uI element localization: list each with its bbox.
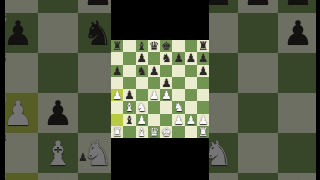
square-d7[interactable] — [148, 52, 160, 64]
piece-white-king-e1[interactable]: ♚ — [160, 126, 172, 138]
piece-white-pawn-g2[interactable]: ♟ — [185, 114, 197, 126]
piece-white-rook-h1[interactable]: ♜ — [197, 126, 209, 138]
piece-white-rook-a1[interactable]: ♜ — [111, 126, 123, 138]
square-b8[interactable] — [123, 40, 135, 52]
square-f5[interactable] — [172, 77, 184, 89]
piece-white-bishop-b3: ♝ — [38, 133, 78, 173]
piece-white-pawn-a4[interactable]: ♟ — [111, 89, 123, 101]
piece-black-pawn-h7[interactable]: ♟ — [197, 52, 209, 64]
piece-white-pawn-e4[interactable]: ♟ — [160, 89, 172, 101]
square-e4[interactable]: ♟ — [160, 89, 172, 101]
square-g1[interactable] — [185, 126, 197, 138]
square-h3 — [278, 133, 318, 173]
square-b2[interactable]: ♝ — [123, 114, 135, 126]
square-f3[interactable]: ♞ — [172, 101, 184, 113]
piece-white-bishop-c1[interactable]: ♝ — [136, 126, 148, 138]
square-b5 — [38, 53, 78, 93]
piece-white-pawn-h2: ♟ — [278, 173, 318, 180]
piece-black-rook-a8[interactable]: ♜ — [111, 40, 123, 52]
piece-white-queen-d1[interactable]: ♛ — [148, 126, 160, 138]
piece-black-bishop-b2: ♝ — [38, 173, 78, 180]
square-c5[interactable] — [136, 77, 148, 89]
square-h4[interactable] — [197, 89, 209, 101]
square-g6[interactable] — [185, 65, 197, 77]
square-d8[interactable]: ♛ — [148, 40, 160, 52]
square-c7[interactable]: ♟ — [136, 52, 148, 64]
square-d6[interactable]: ♟ — [148, 65, 160, 77]
square-c1[interactable]: ♝ — [136, 126, 148, 138]
square-g2: ♟ — [238, 173, 278, 180]
square-a7[interactable] — [111, 52, 123, 64]
square-b3: ♝ — [38, 133, 78, 173]
square-d1[interactable]: ♛ — [148, 126, 160, 138]
square-h1[interactable]: ♜ — [197, 126, 209, 138]
square-g4[interactable] — [185, 89, 197, 101]
piece-black-pawn-d6[interactable]: ♟ — [148, 65, 160, 77]
piece-white-pawn-f2[interactable]: ♟ — [172, 114, 184, 126]
piece-black-pawn-h6: ♟ — [278, 13, 318, 53]
square-g7: ♟ — [238, 0, 278, 13]
piece-white-knight-c3[interactable]: ♞ — [136, 101, 148, 113]
piece-black-pawn-f7[interactable]: ♟ — [172, 52, 184, 64]
piece-black-knight-e7[interactable]: ♞ — [160, 52, 172, 64]
square-h4 — [278, 93, 318, 133]
square-b2: ♝ — [38, 173, 78, 180]
right-letterbox-bar — [316, 0, 320, 180]
square-a1[interactable]: ♜ — [111, 126, 123, 138]
square-h6: ♟ — [278, 13, 318, 53]
square-a4: 4♟ — [0, 93, 38, 133]
square-a7: 7 — [0, 0, 38, 13]
square-h5[interactable] — [197, 77, 209, 89]
square-a8[interactable]: ♜ — [111, 40, 123, 52]
square-a6: 6♟ — [0, 13, 38, 53]
square-g5[interactable] — [185, 77, 197, 89]
square-c3[interactable]: ♞ — [136, 101, 148, 113]
piece-black-queen-d8[interactable]: ♛ — [148, 40, 160, 52]
piece-black-pawn-g7[interactable]: ♟ — [185, 52, 197, 64]
square-f2[interactable]: ♟ — [172, 114, 184, 126]
square-a5: 5 — [0, 53, 38, 93]
square-b6 — [38, 13, 78, 53]
square-g3[interactable] — [185, 101, 197, 113]
piece-white-knight-f3[interactable]: ♞ — [172, 101, 184, 113]
piece-black-knight-c6[interactable]: ♞ — [136, 65, 148, 77]
piece-black-bishop-b2[interactable]: ♝ — [123, 114, 135, 126]
square-g2[interactable]: ♟ — [185, 114, 197, 126]
square-f6[interactable] — [172, 65, 184, 77]
square-a6[interactable]: ♟ — [111, 65, 123, 77]
piece-black-pawn-h7: ♟ — [278, 0, 318, 13]
square-h7[interactable]: ♟ — [197, 52, 209, 64]
square-e3[interactable] — [160, 101, 172, 113]
square-g5 — [238, 53, 278, 93]
square-e1[interactable]: ♚ — [160, 126, 172, 138]
square-b7[interactable] — [123, 52, 135, 64]
piece-white-bishop-b3[interactable]: ♝ — [123, 101, 135, 113]
piece-black-pawn-b4: ♟ — [38, 93, 78, 133]
piece-black-pawn-c7[interactable]: ♟ — [136, 52, 148, 64]
left-letterbox-bar — [0, 0, 5, 180]
square-g4 — [238, 93, 278, 133]
square-a4[interactable]: ♟ — [111, 89, 123, 101]
square-a3[interactable] — [111, 101, 123, 113]
square-h2: ♟ — [278, 173, 318, 180]
square-f1[interactable] — [172, 126, 184, 138]
square-f7[interactable]: ♟ — [172, 52, 184, 64]
square-h6[interactable]: ♟ — [197, 65, 209, 77]
piece-black-pawn-g7: ♟ — [238, 0, 278, 13]
square-b1[interactable] — [123, 126, 135, 138]
ghost-pawn-icon: ♟ — [78, 152, 88, 163]
square-a2: 2 — [0, 173, 38, 180]
square-g3 — [238, 133, 278, 173]
piece-black-pawn-a6[interactable]: ♟ — [111, 65, 123, 77]
square-e7[interactable]: ♞ — [160, 52, 172, 64]
square-c6[interactable]: ♞ — [136, 65, 148, 77]
square-g6 — [238, 13, 278, 53]
video-frame: 8♜♝♛♚♜7♟♞♟♟♟6♟♞♟♟5♟4♟♟♟♟3♝♞♞2♝♟♟♟♟1♜♝♛♚♜… — [0, 0, 320, 180]
piece-black-pawn-h6[interactable]: ♟ — [197, 65, 209, 77]
square-h3[interactable] — [197, 101, 209, 113]
square-b4: ♟ — [38, 93, 78, 133]
square-h7: ♟ — [278, 0, 318, 13]
piece-white-pawn-g2: ♟ — [238, 173, 278, 180]
square-b3[interactable]: ♝ — [123, 101, 135, 113]
square-h5 — [278, 53, 318, 93]
square-b7 — [38, 0, 78, 13]
square-b6[interactable] — [123, 65, 135, 77]
chess-board[interactable]: ♜♝♛♚♜♟♞♟♟♟♟♞♟♟♟♟♟♟♟♝♞♞♝♟♟♟♟♜♝♛♚♜ — [111, 40, 209, 138]
piece-white-pawn-d4[interactable]: ♟ — [148, 89, 160, 101]
square-d4[interactable]: ♟ — [148, 89, 160, 101]
square-a3: 3 — [0, 133, 38, 173]
square-d3[interactable] — [148, 101, 160, 113]
square-g7[interactable]: ♟ — [185, 52, 197, 64]
